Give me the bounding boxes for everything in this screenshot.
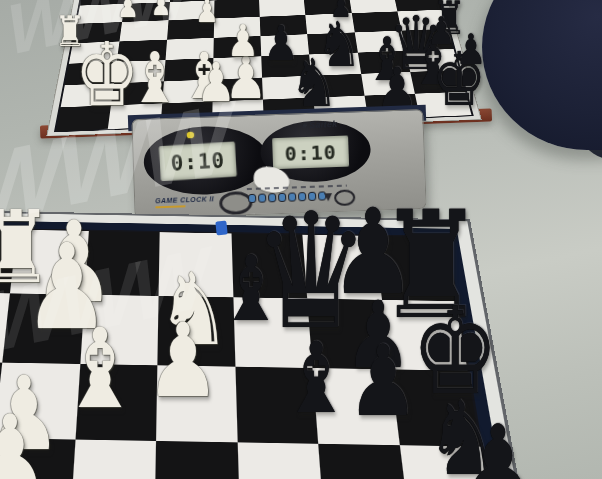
foreground-board bbox=[0, 209, 602, 479]
clock-right-display: 0:10 bbox=[272, 136, 349, 170]
square bbox=[309, 53, 360, 76]
square bbox=[111, 81, 163, 105]
square bbox=[307, 299, 390, 370]
square bbox=[399, 445, 494, 479]
model-underline bbox=[155, 205, 185, 208]
square bbox=[374, 236, 456, 301]
square bbox=[405, 49, 459, 72]
square bbox=[76, 4, 124, 24]
clock-button bbox=[258, 193, 266, 202]
square bbox=[56, 105, 111, 131]
square bbox=[307, 32, 357, 54]
square bbox=[165, 38, 213, 60]
square bbox=[65, 62, 117, 85]
square bbox=[312, 368, 399, 445]
square bbox=[261, 54, 311, 77]
power-button bbox=[334, 189, 356, 206]
square bbox=[73, 22, 123, 43]
foreground-board-inner-frame bbox=[0, 219, 590, 479]
square bbox=[212, 77, 263, 101]
square bbox=[157, 296, 235, 367]
square bbox=[168, 0, 214, 20]
square bbox=[260, 34, 309, 56]
square bbox=[235, 367, 318, 444]
square bbox=[75, 364, 157, 441]
board-frame-clip bbox=[215, 220, 227, 235]
square bbox=[163, 58, 213, 81]
square bbox=[2, 293, 84, 364]
square bbox=[120, 20, 168, 41]
square bbox=[401, 29, 453, 51]
square bbox=[382, 300, 468, 371]
square bbox=[259, 0, 306, 17]
square bbox=[213, 36, 261, 58]
clock-button bbox=[248, 194, 256, 203]
photo-canvas: ♜♚♝♝♟♟♟♟♟♟♟♞♞♟♝♟♛♝♜♚♟♟ 0:10 0:10 ≡ Saite… bbox=[0, 0, 602, 479]
square bbox=[61, 83, 115, 107]
square bbox=[162, 79, 213, 103]
clock-button bbox=[308, 192, 316, 201]
square bbox=[237, 442, 324, 479]
brand-label: Saitek bbox=[309, 119, 338, 130]
square bbox=[410, 70, 465, 94]
square bbox=[80, 295, 159, 366]
model-label: GAME CLOCK II bbox=[155, 195, 214, 204]
bystander-sleeve bbox=[482, 0, 602, 150]
square bbox=[167, 19, 214, 40]
square bbox=[70, 440, 156, 479]
clock-button bbox=[288, 192, 296, 201]
square bbox=[84, 231, 159, 296]
square bbox=[0, 438, 75, 479]
square bbox=[159, 232, 233, 297]
square bbox=[69, 41, 120, 63]
foreground-board-frame bbox=[0, 209, 602, 479]
square bbox=[213, 56, 262, 79]
clock-button bbox=[268, 193, 276, 202]
square bbox=[214, 17, 261, 38]
square bbox=[122, 2, 169, 22]
clock-button bbox=[278, 193, 286, 202]
square bbox=[302, 235, 381, 300]
set-wedge-icon bbox=[324, 193, 332, 201]
saitek-logo-bars-icon: ≡ bbox=[301, 121, 309, 130]
square bbox=[306, 13, 355, 34]
bottom-board-grid bbox=[0, 226, 570, 479]
square bbox=[156, 365, 237, 442]
square bbox=[10, 230, 88, 295]
square bbox=[114, 60, 165, 83]
square bbox=[318, 444, 409, 479]
square bbox=[351, 12, 401, 33]
clock-left-display: 0:10 bbox=[159, 142, 237, 182]
square bbox=[397, 10, 448, 31]
square bbox=[262, 75, 313, 99]
square bbox=[155, 441, 240, 479]
clock-buttons bbox=[248, 191, 326, 203]
square bbox=[214, 0, 260, 19]
square bbox=[357, 51, 410, 74]
square bbox=[233, 297, 313, 368]
square bbox=[260, 15, 308, 36]
square bbox=[117, 40, 167, 62]
clock-button bbox=[298, 192, 306, 201]
saitek-logo: ≡ Saitek bbox=[302, 119, 337, 130]
chess-clock: 0:10 0:10 ≡ Saitek GAME CLOCK II bbox=[131, 109, 426, 219]
square bbox=[0, 363, 80, 440]
square bbox=[231, 233, 307, 298]
square bbox=[354, 31, 405, 53]
square bbox=[311, 74, 364, 98]
square bbox=[361, 72, 415, 96]
square bbox=[390, 369, 480, 446]
